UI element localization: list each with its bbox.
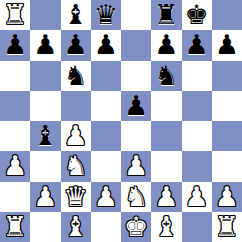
square-a6[interactable]	[0, 61, 30, 91]
square-f3[interactable]	[151, 151, 181, 181]
white-pawn-icon[interactable]: ♟	[185, 182, 209, 212]
square-a5[interactable]	[0, 91, 30, 121]
square-g6[interactable]	[182, 61, 212, 91]
square-e3[interactable]: ♟	[121, 151, 151, 181]
square-e6[interactable]	[121, 61, 151, 91]
square-d8[interactable]: ♛	[91, 0, 121, 30]
white-pawn-icon[interactable]: ♟	[124, 151, 148, 181]
square-c8[interactable]: ♝	[61, 0, 91, 30]
square-f8[interactable]: ♜	[151, 0, 181, 30]
square-f4[interactable]	[151, 121, 181, 151]
black-pawn-icon[interactable]: ♟	[3, 30, 27, 60]
square-d4[interactable]	[91, 121, 121, 151]
square-c2[interactable]: ♛	[61, 182, 91, 212]
square-h2[interactable]: ♟	[212, 182, 242, 212]
square-a4[interactable]	[0, 121, 30, 151]
square-d3[interactable]	[91, 151, 121, 181]
square-d2[interactable]: ♟	[91, 182, 121, 212]
white-pawn-icon[interactable]: ♟	[33, 182, 57, 212]
black-pawn-icon[interactable]: ♟	[154, 30, 178, 60]
square-f1[interactable]: ♝	[151, 212, 181, 242]
square-e2[interactable]: ♞	[121, 182, 151, 212]
square-f6[interactable]: ♞	[151, 61, 181, 91]
square-g5[interactable]	[182, 91, 212, 121]
square-a7[interactable]: ♟	[0, 30, 30, 60]
white-pawn-icon[interactable]: ♟	[94, 182, 118, 212]
square-g2[interactable]: ♟	[182, 182, 212, 212]
square-b7[interactable]: ♟	[30, 30, 60, 60]
black-king-icon[interactable]: ♚	[185, 0, 209, 30]
square-b1[interactable]	[30, 212, 60, 242]
square-h1[interactable]: ♜	[212, 212, 242, 242]
square-f7[interactable]: ♟	[151, 30, 181, 60]
black-queen-icon[interactable]: ♛	[94, 0, 118, 30]
square-g4[interactable]	[182, 121, 212, 151]
square-e5[interactable]: ♟	[121, 91, 151, 121]
square-g8[interactable]: ♚	[182, 0, 212, 30]
chess-board: ♜♝♛♜♚♟♟♟♟♟♟♟♞♞♟♝♟♟♞♟♟♛♟♞♟♟♟♜♝♚♝♜	[0, 0, 242, 242]
square-h6[interactable]	[212, 61, 242, 91]
black-pawn-icon[interactable]: ♟	[33, 30, 57, 60]
square-h5[interactable]	[212, 91, 242, 121]
white-pawn-icon[interactable]: ♟	[215, 182, 239, 212]
square-g3[interactable]	[182, 151, 212, 181]
square-b8[interactable]	[30, 0, 60, 30]
square-g1[interactable]	[182, 212, 212, 242]
square-e4[interactable]	[121, 121, 151, 151]
black-knight-icon[interactable]: ♞	[64, 61, 88, 91]
black-pawn-icon[interactable]: ♟	[124, 91, 148, 121]
square-b5[interactable]	[30, 91, 60, 121]
square-d6[interactable]	[91, 61, 121, 91]
black-bishop-icon[interactable]: ♝	[33, 121, 57, 151]
square-c5[interactable]	[61, 91, 91, 121]
white-pawn-icon[interactable]: ♟	[154, 182, 178, 212]
square-h8[interactable]	[212, 0, 242, 30]
square-c1[interactable]: ♝	[61, 212, 91, 242]
square-f5[interactable]	[151, 91, 181, 121]
square-e8[interactable]	[121, 0, 151, 30]
white-bishop-icon[interactable]: ♝	[154, 212, 178, 242]
square-d5[interactable]	[91, 91, 121, 121]
square-d1[interactable]	[91, 212, 121, 242]
black-rook-icon[interactable]: ♜	[154, 0, 178, 30]
black-bishop-icon[interactable]: ♝	[64, 0, 88, 30]
square-h3[interactable]	[212, 151, 242, 181]
white-pawn-icon[interactable]: ♟	[64, 121, 88, 151]
white-rook-icon[interactable]: ♜	[3, 0, 27, 30]
square-a1[interactable]: ♜	[0, 212, 30, 242]
white-king-icon[interactable]: ♚	[124, 212, 148, 242]
white-knight-icon[interactable]: ♞	[124, 182, 148, 212]
square-e1[interactable]: ♚	[121, 212, 151, 242]
square-h7[interactable]: ♟	[212, 30, 242, 60]
square-b3[interactable]	[30, 151, 60, 181]
square-h4[interactable]	[212, 121, 242, 151]
white-pawn-icon[interactable]: ♟	[3, 151, 27, 181]
square-b6[interactable]	[30, 61, 60, 91]
black-pawn-icon[interactable]: ♟	[64, 30, 88, 60]
square-b2[interactable]: ♟	[30, 182, 60, 212]
white-rook-icon[interactable]: ♜	[3, 212, 27, 242]
white-queen-icon[interactable]: ♛	[64, 182, 88, 212]
black-pawn-icon[interactable]: ♟	[94, 30, 118, 60]
square-a2[interactable]	[0, 182, 30, 212]
square-c3[interactable]: ♞	[61, 151, 91, 181]
square-c4[interactable]: ♟	[61, 121, 91, 151]
square-a3[interactable]: ♟	[0, 151, 30, 181]
black-pawn-icon[interactable]: ♟	[185, 30, 209, 60]
white-bishop-icon[interactable]: ♝	[64, 212, 88, 242]
square-f2[interactable]: ♟	[151, 182, 181, 212]
square-e7[interactable]	[121, 30, 151, 60]
square-c6[interactable]: ♞	[61, 61, 91, 91]
square-g7[interactable]: ♟	[182, 30, 212, 60]
square-a8[interactable]: ♜	[0, 0, 30, 30]
white-knight-icon[interactable]: ♞	[64, 151, 88, 181]
black-knight-icon[interactable]: ♞	[154, 61, 178, 91]
square-b4[interactable]: ♝	[30, 121, 60, 151]
white-rook-icon[interactable]: ♜	[215, 212, 239, 242]
black-pawn-icon[interactable]: ♟	[215, 30, 239, 60]
square-d7[interactable]: ♟	[91, 30, 121, 60]
square-c7[interactable]: ♟	[61, 30, 91, 60]
